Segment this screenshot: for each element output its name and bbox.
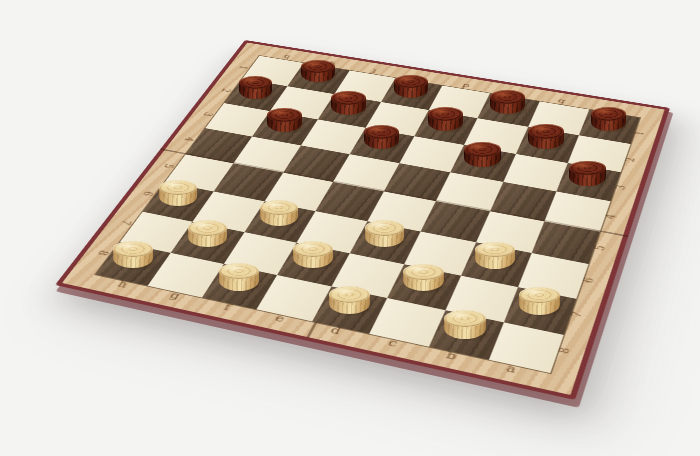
piece-top <box>394 75 428 89</box>
dark-checker-b2[interactable] <box>528 124 564 151</box>
piece-top <box>188 220 227 235</box>
dark-checker-c1[interactable] <box>490 90 525 116</box>
light-checker-f6[interactable] <box>260 200 298 228</box>
dark-checker-d2[interactable] <box>428 107 463 133</box>
light-checker-c7[interactable] <box>403 264 443 294</box>
dark-checker-g1[interactable] <box>301 60 334 85</box>
light-checker-d8[interactable] <box>329 286 370 316</box>
piece-top <box>329 286 370 302</box>
dark-checker-a1[interactable] <box>591 107 626 133</box>
photo-stage: hgfedcba hgfedcba 12345678 12345678 <box>0 0 700 456</box>
dark-checker-h2[interactable] <box>239 76 273 101</box>
dark-checker-f2[interactable] <box>331 91 365 117</box>
piece-top <box>301 60 334 73</box>
light-checker-a7[interactable] <box>519 287 560 318</box>
piece-top <box>591 107 626 121</box>
dark-checker-g3[interactable] <box>267 108 302 134</box>
dark-checker-c3[interactable] <box>464 142 500 169</box>
piece-top <box>464 142 500 157</box>
dark-checker-e3[interactable] <box>364 125 400 151</box>
piece-top <box>239 76 273 90</box>
dark-checker-a3[interactable] <box>569 161 606 189</box>
piece-top <box>528 124 564 138</box>
light-checker-b8[interactable] <box>444 310 486 341</box>
piece-top <box>365 220 404 236</box>
light-checker-e7[interactable] <box>293 241 333 270</box>
light-checker-f8[interactable] <box>219 263 259 293</box>
piece-top <box>113 241 152 257</box>
piece-top <box>331 91 365 105</box>
light-checker-d6[interactable] <box>365 220 404 249</box>
piece-top <box>403 264 443 280</box>
light-checker-b6[interactable] <box>475 242 515 271</box>
light-checker-g7[interactable] <box>188 220 227 249</box>
piece-top <box>267 108 302 122</box>
light-checker-h8[interactable] <box>113 241 152 270</box>
light-checker-h6[interactable] <box>159 180 196 208</box>
dark-checker-e1[interactable] <box>394 75 428 100</box>
